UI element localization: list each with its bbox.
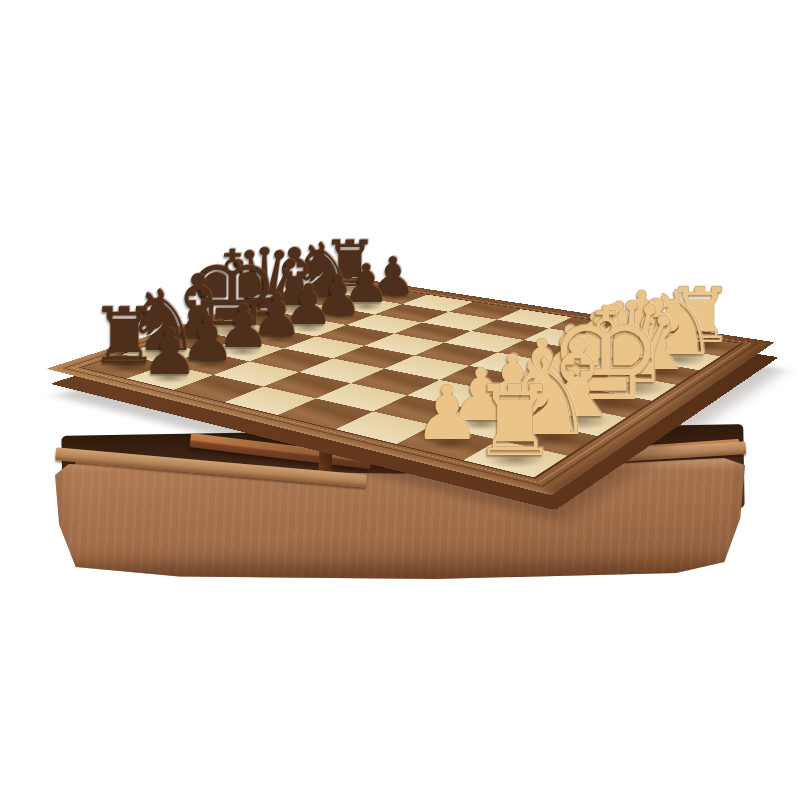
product-photo: ♜♞♝♛♚♝♞♜♟♟♟♟♟♟♟♟♟♟♟♟♟♟♟♟♜♞♝♛♚♝♞♜ bbox=[0, 0, 800, 800]
piece-black-pawn-h7: ♟ bbox=[141, 321, 198, 385]
piece-white-rook-h1: ♜ bbox=[471, 372, 559, 470]
pieces-layer: ♜♞♝♛♚♝♞♜♟♟♟♟♟♟♟♟♟♟♟♟♟♟♟♟♜♞♝♛♚♝♞♜ bbox=[0, 0, 800, 800]
